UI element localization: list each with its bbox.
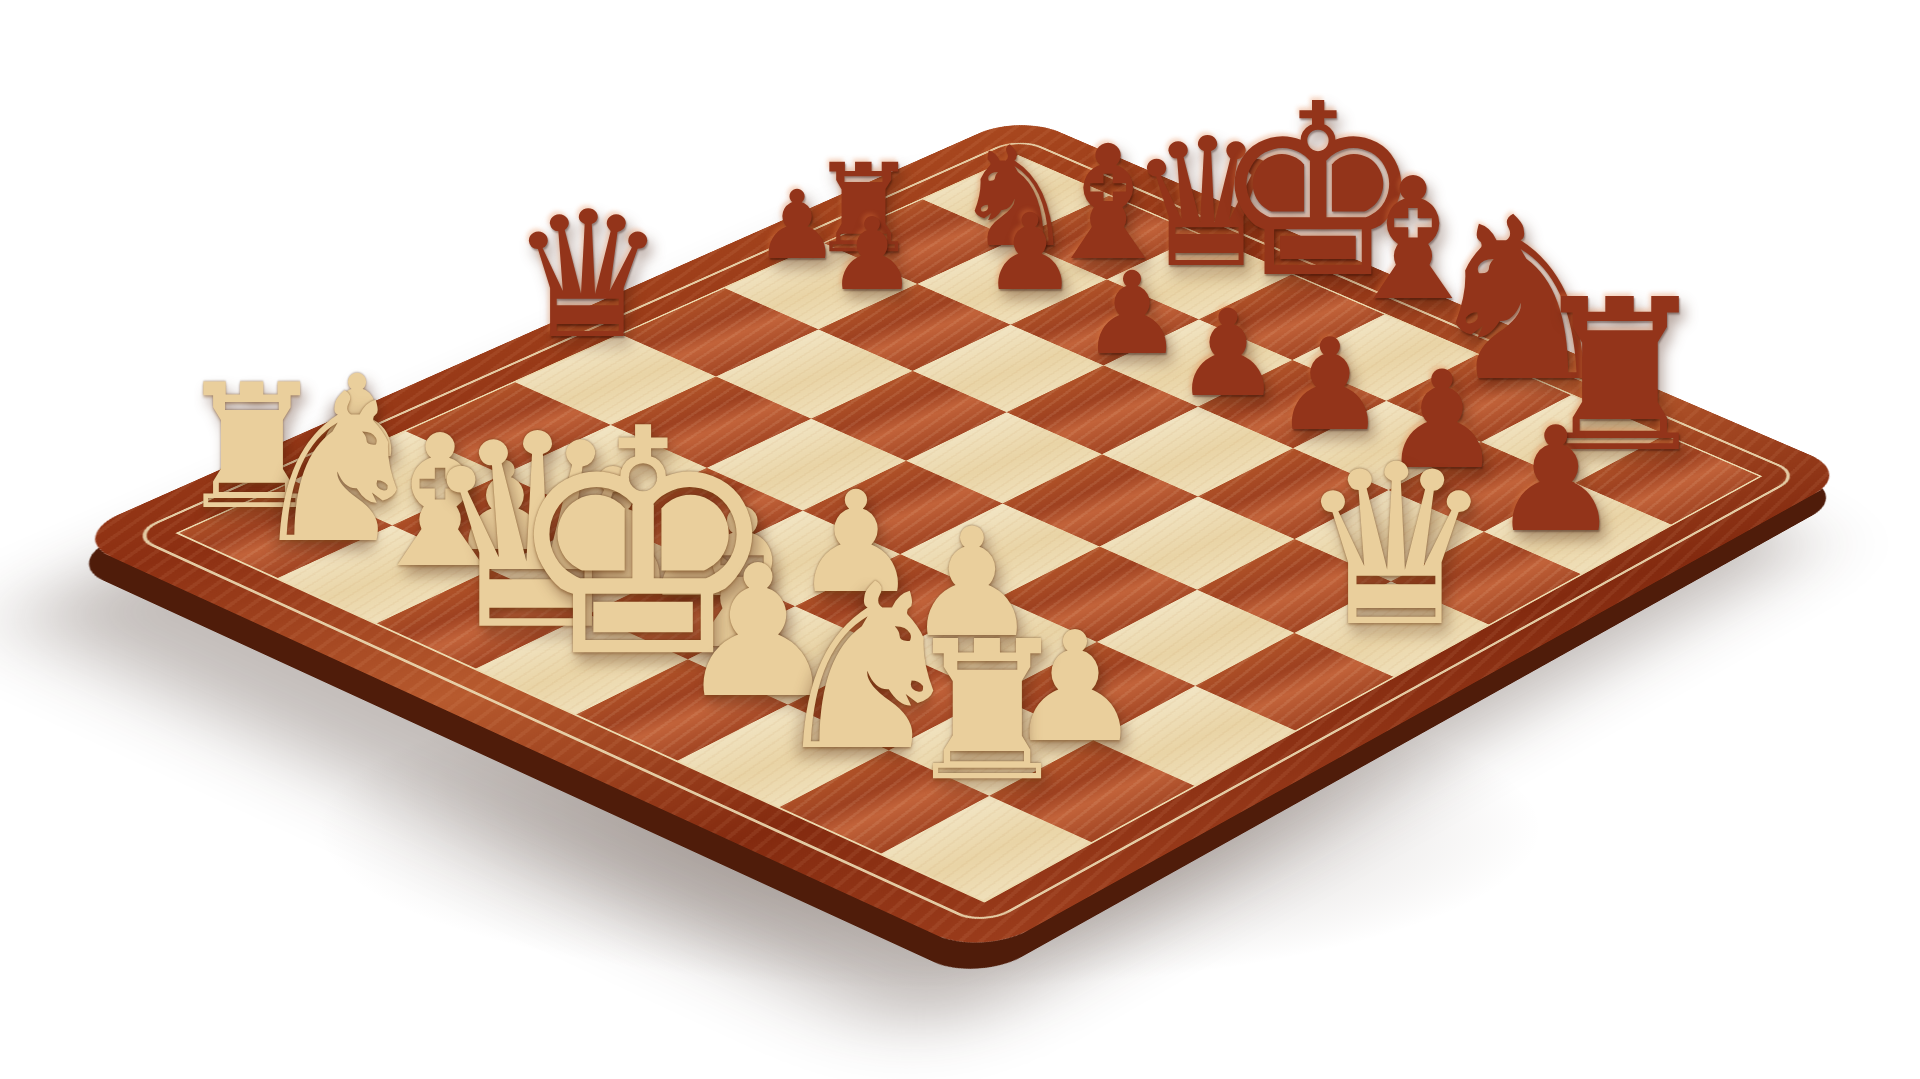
- piece-light-queen-spare-mid-right[interactable]: ♛: [1296, 435, 1495, 657]
- photo-stage: ♞♜♟♝♛♚♟♟♝♛♟♞♟♟♜♟♟♜♟♞♟♝♟♟♟♛♛♟♝♚♟♟♞♜: [0, 0, 1920, 1079]
- piece-red-pawn-b7-row[interactable]: ♟: [827, 205, 917, 305]
- piece-red-pawn-h7-row[interactable]: ♟: [1491, 407, 1621, 552]
- piece-red-pawn-d7-row[interactable]: ♟: [1081, 257, 1183, 371]
- piece-light-rook-h1-row[interactable]: ♜: [901, 616, 1073, 808]
- piece-red-pawn-c7-row[interactable]: ♟: [982, 200, 1077, 306]
- piece-red-pawn-e7-row[interactable]: ♟: [1174, 294, 1282, 414]
- piece-red-queen-spare-left-rim[interactable]: ♛: [510, 188, 667, 363]
